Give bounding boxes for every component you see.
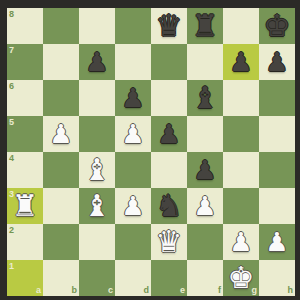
square-d2[interactable] (115, 224, 151, 260)
square-c7[interactable]: ♟ (79, 44, 115, 80)
square-e7[interactable] (151, 44, 187, 80)
file-label-c: c (108, 286, 113, 295)
square-c5[interactable] (79, 116, 115, 152)
square-f3[interactable]: ♟ (187, 188, 223, 224)
piece-black-knight[interactable]: ♞ (151, 188, 187, 224)
piece-white-pawn[interactable]: ♟ (115, 188, 151, 224)
square-f6[interactable]: ♝ (187, 80, 223, 116)
file-label-f: f (218, 286, 221, 295)
rank-label-2: 2 (9, 226, 14, 235)
square-g4[interactable] (223, 152, 259, 188)
square-b8[interactable] (43, 8, 79, 44)
square-h3[interactable] (259, 188, 295, 224)
piece-white-bishop[interactable]: ♝ (79, 188, 115, 224)
square-d8[interactable] (115, 8, 151, 44)
piece-black-pawn[interactable]: ♟ (259, 44, 295, 80)
piece-black-king[interactable]: ♚ (259, 8, 295, 44)
piece-black-queen[interactable]: ♛ (151, 8, 187, 44)
square-e3[interactable]: ♞ (151, 188, 187, 224)
square-e1[interactable]: e (151, 260, 187, 296)
square-e2[interactable]: ♛ (151, 224, 187, 260)
piece-white-king[interactable]: ♚ (223, 260, 259, 296)
file-label-h: h (288, 286, 294, 295)
rank-label-5: 5 (9, 118, 14, 127)
piece-white-queen[interactable]: ♛ (151, 224, 187, 260)
square-d1[interactable]: d (115, 260, 151, 296)
square-e8[interactable]: ♛ (151, 8, 187, 44)
rank-label-8: 8 (9, 10, 14, 19)
square-h4[interactable] (259, 152, 295, 188)
square-f2[interactable] (187, 224, 223, 260)
piece-black-pawn[interactable]: ♟ (187, 152, 223, 188)
square-g2[interactable]: ♟ (223, 224, 259, 260)
square-h2[interactable]: ♟ (259, 224, 295, 260)
square-g7[interactable]: ♟ (223, 44, 259, 80)
piece-white-rook[interactable]: ♜ (7, 188, 43, 224)
square-d5[interactable]: ♟ (115, 116, 151, 152)
square-b7[interactable] (43, 44, 79, 80)
piece-black-pawn[interactable]: ♟ (223, 44, 259, 80)
square-h7[interactable]: ♟ (259, 44, 295, 80)
square-a4[interactable]: 4 (7, 152, 43, 188)
piece-white-pawn[interactable]: ♟ (43, 116, 79, 152)
square-h8[interactable]: ♚ (259, 8, 295, 44)
square-g6[interactable] (223, 80, 259, 116)
square-a5[interactable]: 5 (7, 116, 43, 152)
square-a7[interactable]: 7 (7, 44, 43, 80)
piece-black-bishop[interactable]: ♝ (187, 80, 223, 116)
app-background: 8♛♜♚7♟♟♟6♟♝5♟♟♟4♝♟3♜♝♟♞♟2♛♟♟1abcdefg♚h (0, 0, 300, 300)
square-a3[interactable]: 3♜ (7, 188, 43, 224)
square-b6[interactable] (43, 80, 79, 116)
piece-black-rook[interactable]: ♜ (187, 8, 223, 44)
square-d7[interactable] (115, 44, 151, 80)
piece-white-bishop[interactable]: ♝ (79, 152, 115, 188)
square-a6[interactable]: 6 (7, 80, 43, 116)
piece-white-pawn[interactable]: ♟ (187, 188, 223, 224)
square-f5[interactable] (187, 116, 223, 152)
rank-label-7: 7 (9, 46, 14, 55)
file-label-a: a (36, 286, 41, 295)
square-d4[interactable] (115, 152, 151, 188)
square-g8[interactable] (223, 8, 259, 44)
rank-label-4: 4 (9, 154, 14, 163)
square-f4[interactable]: ♟ (187, 152, 223, 188)
piece-white-pawn[interactable]: ♟ (223, 224, 259, 260)
square-e6[interactable] (151, 80, 187, 116)
square-f1[interactable]: f (187, 260, 223, 296)
rank-label-1: 1 (9, 262, 14, 271)
file-label-e: e (180, 286, 185, 295)
square-e5[interactable]: ♟ (151, 116, 187, 152)
square-c6[interactable] (79, 80, 115, 116)
square-b2[interactable] (43, 224, 79, 260)
square-c1[interactable]: c (79, 260, 115, 296)
piece-black-pawn[interactable]: ♟ (79, 44, 115, 80)
chess-board: 8♛♜♚7♟♟♟6♟♝5♟♟♟4♝♟3♜♝♟♞♟2♛♟♟1abcdefg♚h (7, 8, 295, 296)
piece-black-pawn[interactable]: ♟ (151, 116, 187, 152)
piece-white-pawn[interactable]: ♟ (259, 224, 295, 260)
rank-label-6: 6 (9, 82, 14, 91)
square-f7[interactable] (187, 44, 223, 80)
square-b3[interactable] (43, 188, 79, 224)
square-a8[interactable]: 8 (7, 8, 43, 44)
square-b5[interactable]: ♟ (43, 116, 79, 152)
square-g1[interactable]: g♚ (223, 260, 259, 296)
square-h6[interactable] (259, 80, 295, 116)
file-label-d: d (144, 286, 150, 295)
square-f8[interactable]: ♜ (187, 8, 223, 44)
piece-white-pawn[interactable]: ♟ (115, 116, 151, 152)
square-d3[interactable]: ♟ (115, 188, 151, 224)
square-h5[interactable] (259, 116, 295, 152)
square-b4[interactable] (43, 152, 79, 188)
square-c2[interactable] (79, 224, 115, 260)
square-h1[interactable]: h (259, 260, 295, 296)
square-a2[interactable]: 2 (7, 224, 43, 260)
square-c8[interactable] (79, 8, 115, 44)
square-g5[interactable] (223, 116, 259, 152)
square-a1[interactable]: 1a (7, 260, 43, 296)
file-label-b: b (72, 286, 78, 295)
square-d6[interactable]: ♟ (115, 80, 151, 116)
square-c3[interactable]: ♝ (79, 188, 115, 224)
square-c4[interactable]: ♝ (79, 152, 115, 188)
square-e4[interactable] (151, 152, 187, 188)
piece-black-pawn[interactable]: ♟ (115, 80, 151, 116)
square-g3[interactable] (223, 188, 259, 224)
square-b1[interactable]: b (43, 260, 79, 296)
